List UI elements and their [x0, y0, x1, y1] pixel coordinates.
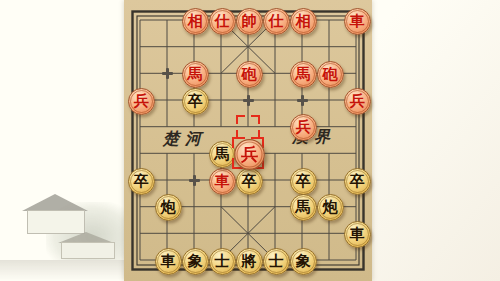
- star-point-marker: [243, 95, 254, 106]
- piece-red-cannon[interactable]: 砲: [317, 61, 344, 88]
- piece-black-chariot[interactable]: 車: [344, 221, 371, 248]
- bracket-corner: [236, 115, 245, 124]
- star-point-marker: [162, 68, 173, 79]
- piece-red-advisor[interactable]: 仕: [209, 8, 236, 35]
- star-point-marker: [189, 175, 200, 186]
- piece-red-soldier[interactable]: 兵: [128, 88, 155, 115]
- piece-black-advisor[interactable]: 士: [263, 248, 290, 275]
- piece-black-elephant[interactable]: 象: [290, 248, 317, 275]
- app-screen: 楚河 漢界 相仕帥仕相車馬砲馬砲兵兵兵兵車卒馬卒卒卒卒炮馬炮車車象士將士象: [0, 0, 500, 281]
- move-from-marker: [236, 115, 260, 139]
- piece-red-elephant[interactable]: 相: [182, 8, 209, 35]
- piece-black-soldier[interactable]: 卒: [128, 168, 155, 195]
- piece-black-advisor[interactable]: 士: [209, 248, 236, 275]
- piece-red-general[interactable]: 帥: [236, 8, 263, 35]
- piece-black-soldier[interactable]: 卒: [290, 168, 317, 195]
- piece-red-advisor[interactable]: 仕: [263, 8, 290, 35]
- piece-black-cannon[interactable]: 炮: [317, 194, 344, 221]
- bracket-corner: [251, 115, 260, 124]
- piece-red-chariot[interactable]: 車: [209, 168, 236, 195]
- piece-red-soldier[interactable]: 兵: [290, 114, 317, 141]
- piece-black-cannon[interactable]: 炮: [155, 194, 182, 221]
- piece-red-horse[interactable]: 馬: [182, 61, 209, 88]
- piece-red-soldier[interactable]: 兵: [344, 88, 371, 115]
- piece-black-soldier[interactable]: 卒: [182, 88, 209, 115]
- piece-red-elephant[interactable]: 相: [290, 8, 317, 35]
- piece-black-horse[interactable]: 馬: [290, 194, 317, 221]
- piece-red-soldier[interactable]: 兵: [234, 139, 265, 170]
- piece-red-chariot[interactable]: 車: [344, 8, 371, 35]
- star-point-marker: [297, 95, 308, 106]
- piece-black-general[interactable]: 將: [236, 248, 263, 275]
- piece-black-elephant[interactable]: 象: [182, 248, 209, 275]
- piece-black-chariot[interactable]: 車: [155, 248, 182, 275]
- piece-red-horse[interactable]: 馬: [290, 61, 317, 88]
- piece-black-soldier[interactable]: 卒: [236, 168, 263, 195]
- pieces-layer: 相仕帥仕相車馬砲馬砲兵兵兵兵車卒馬卒卒卒卒炮馬炮車車象士將士象: [0, 0, 500, 281]
- piece-black-soldier[interactable]: 卒: [344, 168, 371, 195]
- piece-red-cannon[interactable]: 砲: [236, 61, 263, 88]
